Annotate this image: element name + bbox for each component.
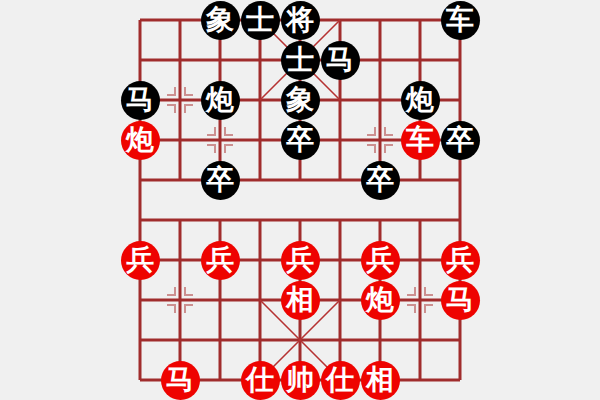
red-elephant[interactable]: 相 [361,361,400,400]
red-cannon[interactable]: 炮 [361,281,400,320]
red-general[interactable]: 帅 [281,361,320,400]
red-pawn[interactable]: 兵 [361,241,400,280]
black-elephant[interactable]: 象 [281,81,320,120]
red-pawn[interactable]: 兵 [121,241,160,280]
red-elephant[interactable]: 相 [281,281,320,320]
red-chariot[interactable]: 车 [401,121,440,160]
black-advisor[interactable]: 士 [241,1,280,40]
black-cannon[interactable]: 炮 [201,81,240,120]
black-horse[interactable]: 马 [321,41,360,80]
pieces-layer: 象士将车士马马炮象炮炮卒车卒卒卒兵兵兵兵兵相炮马马仕帅仕相 [0,0,600,400]
red-cannon[interactable]: 炮 [121,121,160,160]
black-advisor[interactable]: 士 [281,41,320,80]
black-pawn[interactable]: 卒 [441,121,480,160]
red-pawn[interactable]: 兵 [281,241,320,280]
black-elephant[interactable]: 象 [201,1,240,40]
red-advisor[interactable]: 仕 [241,361,280,400]
black-pawn[interactable]: 卒 [281,121,320,160]
xiangqi-board[interactable]: 象士将车士马马炮象炮炮卒车卒卒卒兵兵兵兵兵相炮马马仕帅仕相 [0,0,600,400]
black-pawn[interactable]: 卒 [361,161,400,200]
black-horse[interactable]: 马 [121,81,160,120]
red-horse[interactable]: 马 [161,361,200,400]
red-horse[interactable]: 马 [441,281,480,320]
red-pawn[interactable]: 兵 [441,241,480,280]
black-general[interactable]: 将 [281,1,320,40]
black-pawn[interactable]: 卒 [201,161,240,200]
black-chariot[interactable]: 车 [441,1,480,40]
red-pawn[interactable]: 兵 [201,241,240,280]
red-advisor[interactable]: 仕 [321,361,360,400]
black-cannon[interactable]: 炮 [401,81,440,120]
